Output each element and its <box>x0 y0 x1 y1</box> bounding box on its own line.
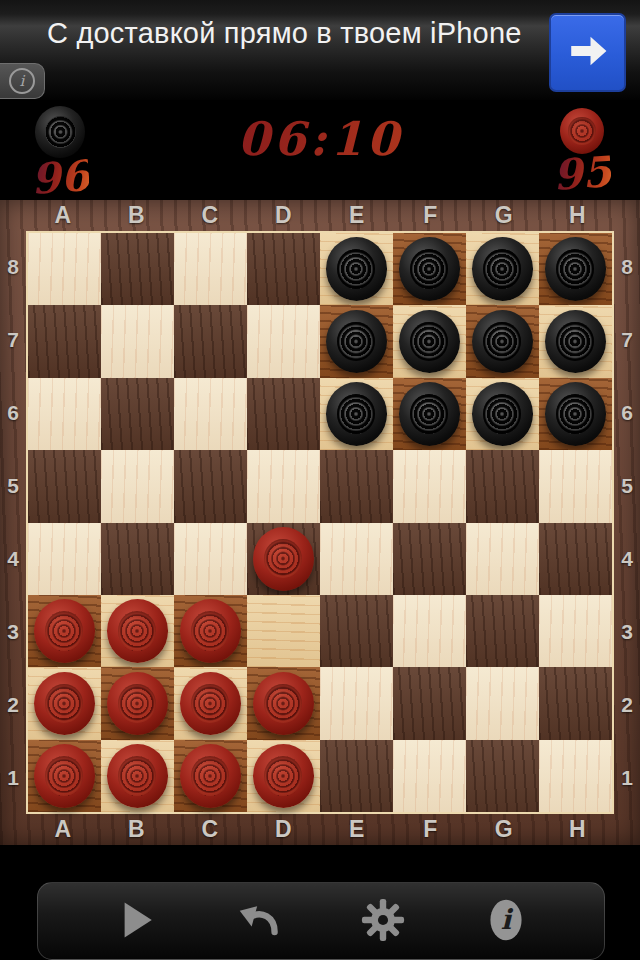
ad-arrow-button[interactable] <box>549 13 626 92</box>
red-checker-b2[interactable] <box>107 672 168 736</box>
ad-text: С доставкой прямо в твоем iPhone <box>47 17 527 50</box>
file-label-e: E <box>320 816 394 843</box>
rank-labels-left: 87654321 <box>0 231 26 814</box>
black-checker-f8[interactable] <box>399 237 460 301</box>
red-score: 95 <box>551 152 612 196</box>
square-a6[interactable] <box>28 378 101 450</box>
red-checker-b3[interactable] <box>107 599 168 663</box>
file-label-b: B <box>100 816 174 843</box>
square-f7[interactable] <box>393 305 466 377</box>
square-a4[interactable] <box>28 523 101 595</box>
black-checker-h7[interactable] <box>545 310 606 374</box>
square-d4[interactable] <box>247 523 320 595</box>
square-g1[interactable] <box>466 740 539 812</box>
square-a1[interactable] <box>28 740 101 812</box>
rank-label-4: 4 <box>614 523 640 596</box>
square-c7[interactable] <box>174 305 247 377</box>
rank-label-1: 1 <box>0 741 26 814</box>
square-c2[interactable] <box>174 667 247 739</box>
square-g6[interactable] <box>466 378 539 450</box>
square-a3[interactable] <box>28 595 101 667</box>
game-timer: 06:10 <box>0 112 640 166</box>
square-g4[interactable] <box>466 523 539 595</box>
file-label-a: A <box>26 202 100 229</box>
square-b4[interactable] <box>101 523 174 595</box>
square-f8[interactable] <box>393 233 466 305</box>
ad-info-badge[interactable]: i <box>0 63 45 99</box>
file-label-e: E <box>320 202 394 229</box>
file-labels-bottom: ABCDEFGH <box>26 814 614 845</box>
square-a7[interactable] <box>28 305 101 377</box>
hud: 96 06:10 95 <box>0 100 640 200</box>
square-b7[interactable] <box>101 305 174 377</box>
square-h4[interactable] <box>539 523 612 595</box>
black-checker-e8[interactable] <box>326 237 387 301</box>
file-label-c: C <box>173 816 247 843</box>
red-checker-d4[interactable] <box>253 527 314 591</box>
square-a8[interactable] <box>28 233 101 305</box>
square-d8[interactable] <box>247 233 320 305</box>
square-h7[interactable] <box>539 305 612 377</box>
square-e1[interactable] <box>320 740 393 812</box>
board-frame: ABCDEFGH 87654321 87654321 ABCDEFGH <box>0 200 640 845</box>
square-e2[interactable] <box>320 667 393 739</box>
square-f4[interactable] <box>393 523 466 595</box>
square-g2[interactable] <box>466 667 539 739</box>
square-d2[interactable] <box>247 667 320 739</box>
square-d1[interactable] <box>247 740 320 812</box>
rank-label-3: 3 <box>614 595 640 668</box>
file-label-g: G <box>467 816 541 843</box>
red-checker-d2[interactable] <box>253 672 314 736</box>
right-arrow-icon <box>562 25 614 81</box>
rank-label-3: 3 <box>0 595 26 668</box>
gear-icon <box>361 898 405 945</box>
black-checker-f6[interactable] <box>399 382 460 446</box>
rank-label-7: 7 <box>614 304 640 377</box>
black-checker-f7[interactable] <box>399 310 460 374</box>
square-f1[interactable] <box>393 740 466 812</box>
square-d3[interactable] <box>247 595 320 667</box>
rank-label-7: 7 <box>0 304 26 377</box>
info-circle-icon: i <box>9 68 35 94</box>
rank-label-2: 2 <box>0 668 26 741</box>
red-checker-a2[interactable] <box>34 672 95 736</box>
square-g7[interactable] <box>466 305 539 377</box>
red-checker-a3[interactable] <box>34 599 95 663</box>
rank-label-8: 8 <box>614 231 640 304</box>
red-checker-c3[interactable] <box>180 599 241 663</box>
square-d7[interactable] <box>247 305 320 377</box>
square-h2[interactable] <box>539 667 612 739</box>
rank-label-2: 2 <box>614 668 640 741</box>
play-icon <box>115 899 157 944</box>
square-d6[interactable] <box>247 378 320 450</box>
red-checker-c1[interactable] <box>180 744 241 808</box>
square-e7[interactable] <box>320 305 393 377</box>
undo-button[interactable] <box>233 895 285 947</box>
file-label-h: H <box>541 816 615 843</box>
file-label-f: F <box>394 202 468 229</box>
rank-label-1: 1 <box>614 741 640 814</box>
square-d5[interactable] <box>247 450 320 522</box>
file-label-d: D <box>247 202 321 229</box>
square-h3[interactable] <box>539 595 612 667</box>
square-h5[interactable] <box>539 450 612 522</box>
red-checker-c2[interactable] <box>180 672 241 736</box>
rank-label-5: 5 <box>614 450 640 523</box>
file-labels-top: ABCDEFGH <box>26 200 614 231</box>
square-a2[interactable] <box>28 667 101 739</box>
file-label-a: A <box>26 816 100 843</box>
square-c1[interactable] <box>174 740 247 812</box>
red-checker-d1[interactable] <box>253 744 314 808</box>
square-f5[interactable] <box>393 450 466 522</box>
square-b2[interactable] <box>101 667 174 739</box>
rank-label-6: 6 <box>614 377 640 450</box>
black-checker-g6[interactable] <box>472 382 533 446</box>
board-squares <box>26 231 614 814</box>
settings-button[interactable] <box>357 895 409 947</box>
file-label-b: B <box>100 202 174 229</box>
black-checker-e6[interactable] <box>326 382 387 446</box>
square-e5[interactable] <box>320 450 393 522</box>
square-b6[interactable] <box>101 378 174 450</box>
file-label-d: D <box>247 816 321 843</box>
bottom-toolbar: i <box>37 882 605 960</box>
square-h1[interactable] <box>539 740 612 812</box>
square-e8[interactable] <box>320 233 393 305</box>
square-h8[interactable] <box>539 233 612 305</box>
black-checker-g7[interactable] <box>472 310 533 374</box>
file-label-f: F <box>394 816 468 843</box>
play-button[interactable] <box>110 895 162 947</box>
square-b3[interactable] <box>101 595 174 667</box>
square-e6[interactable] <box>320 378 393 450</box>
file-label-g: G <box>467 202 541 229</box>
black-checker-h6[interactable] <box>545 382 606 446</box>
square-e4[interactable] <box>320 523 393 595</box>
square-c6[interactable] <box>174 378 247 450</box>
info-button[interactable]: i <box>480 895 532 947</box>
square-b1[interactable] <box>101 740 174 812</box>
ad-banner[interactable]: С доставкой прямо в твоем iPhone i <box>0 0 640 101</box>
rank-labels-right: 87654321 <box>614 231 640 814</box>
square-c5[interactable] <box>174 450 247 522</box>
square-f3[interactable] <box>393 595 466 667</box>
square-h6[interactable] <box>539 378 612 450</box>
app-screen: С доставкой прямо в твоем iPhone i 96 06… <box>0 0 640 960</box>
red-checker-b1[interactable] <box>107 744 168 808</box>
undo-icon <box>237 898 281 945</box>
red-checker-a1[interactable] <box>34 744 95 808</box>
rank-label-6: 6 <box>0 377 26 450</box>
black-checker-g8[interactable] <box>472 237 533 301</box>
square-b5[interactable] <box>101 450 174 522</box>
square-g3[interactable] <box>466 595 539 667</box>
square-e3[interactable] <box>320 595 393 667</box>
info-icon: i <box>484 898 528 945</box>
square-f2[interactable] <box>393 667 466 739</box>
file-label-c: C <box>173 202 247 229</box>
square-f6[interactable] <box>393 378 466 450</box>
rank-label-4: 4 <box>0 523 26 596</box>
file-label-h: H <box>541 202 615 229</box>
black-checker-h8[interactable] <box>545 237 606 301</box>
rank-label-8: 8 <box>0 231 26 304</box>
square-b8[interactable] <box>101 233 174 305</box>
rank-label-5: 5 <box>0 450 26 523</box>
square-c3[interactable] <box>174 595 247 667</box>
red-player-score-block: 95 <box>550 108 614 194</box>
black-checker-e7[interactable] <box>326 310 387 374</box>
square-c8[interactable] <box>174 233 247 305</box>
square-c4[interactable] <box>174 523 247 595</box>
square-a5[interactable] <box>28 450 101 522</box>
square-g8[interactable] <box>466 233 539 305</box>
square-g5[interactable] <box>466 450 539 522</box>
